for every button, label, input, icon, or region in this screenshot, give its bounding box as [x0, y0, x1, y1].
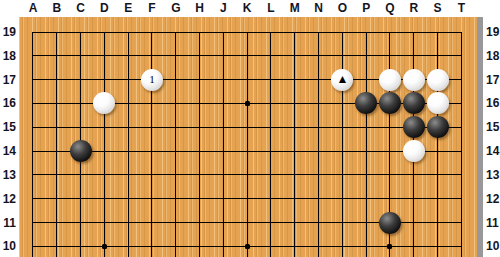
intersection[interactable]	[45, 44, 69, 68]
intersection[interactable]	[354, 44, 378, 68]
column-label: D	[100, 1, 109, 15]
row-label-left: 15	[0, 121, 16, 133]
row-label-right: 10	[486, 240, 500, 252]
intersection[interactable]	[378, 235, 402, 257]
intersection[interactable]	[116, 163, 140, 187]
star-point	[102, 244, 107, 249]
intersection[interactable]	[164, 20, 188, 44]
intersection[interactable]	[116, 44, 140, 68]
intersection[interactable]	[449, 44, 473, 68]
intersection[interactable]	[426, 20, 450, 44]
intersection[interactable]	[92, 44, 116, 68]
white-stone[interactable]: 1	[141, 69, 163, 91]
go-board: 1▲	[19, 17, 477, 257]
intersection[interactable]	[69, 92, 93, 116]
column-label: S	[434, 1, 442, 15]
white-stone[interactable]	[379, 69, 401, 91]
column-label: L	[267, 1, 274, 15]
intersection[interactable]	[259, 20, 283, 44]
intersection[interactable]	[378, 68, 402, 92]
intersection[interactable]	[235, 139, 259, 163]
intersection[interactable]	[330, 115, 354, 139]
intersection[interactable]	[283, 115, 307, 139]
intersection[interactable]	[402, 68, 426, 92]
intersection[interactable]	[426, 139, 450, 163]
intersection[interactable]	[235, 20, 259, 44]
intersection[interactable]	[354, 68, 378, 92]
white-stone[interactable]	[427, 69, 449, 91]
intersection[interactable]	[188, 211, 212, 235]
intersection[interactable]	[354, 163, 378, 187]
black-stone[interactable]	[70, 140, 92, 162]
intersection[interactable]	[188, 235, 212, 257]
row-label-left: 17	[0, 74, 16, 86]
intersection[interactable]	[188, 187, 212, 211]
intersection[interactable]	[140, 115, 164, 139]
intersection[interactable]	[283, 44, 307, 68]
intersection[interactable]	[235, 115, 259, 139]
intersection[interactable]	[449, 139, 473, 163]
intersection[interactable]	[307, 187, 331, 211]
intersection[interactable]	[45, 211, 69, 235]
row-label-right: 11	[486, 217, 500, 229]
intersection[interactable]	[330, 44, 354, 68]
intersection[interactable]	[402, 211, 426, 235]
intersection[interactable]	[449, 163, 473, 187]
board-edge-shadow	[477, 17, 483, 257]
intersection[interactable]	[354, 235, 378, 257]
intersection[interactable]	[116, 235, 140, 257]
column-label: G	[171, 1, 180, 15]
intersection[interactable]	[330, 139, 354, 163]
intersection[interactable]	[449, 235, 473, 257]
intersection[interactable]	[426, 235, 450, 257]
intersection[interactable]	[45, 20, 69, 44]
row-label-left: 10	[0, 240, 16, 252]
intersection[interactable]	[259, 115, 283, 139]
intersection[interactable]	[211, 211, 235, 235]
intersection[interactable]	[188, 163, 212, 187]
intersection[interactable]	[259, 139, 283, 163]
triangle-marker: ▲	[336, 73, 348, 85]
intersection[interactable]	[449, 92, 473, 116]
intersection[interactable]	[164, 187, 188, 211]
intersection[interactable]	[307, 44, 331, 68]
intersection[interactable]	[449, 115, 473, 139]
intersection[interactable]	[449, 187, 473, 211]
intersection[interactable]	[211, 235, 235, 257]
white-stone[interactable]: ▲	[331, 69, 353, 91]
intersection[interactable]	[69, 20, 93, 44]
intersection[interactable]	[69, 115, 93, 139]
intersection[interactable]	[21, 187, 45, 211]
intersection[interactable]: 1	[140, 68, 164, 92]
intersection[interactable]	[402, 20, 426, 44]
intersection[interactable]	[211, 163, 235, 187]
intersection[interactable]	[235, 187, 259, 211]
star-point	[387, 244, 392, 249]
intersection[interactable]	[402, 235, 426, 257]
intersection[interactable]	[45, 92, 69, 116]
intersection[interactable]	[211, 44, 235, 68]
column-label: F	[148, 1, 155, 15]
intersection[interactable]	[235, 163, 259, 187]
row-label-right: 15	[486, 121, 500, 133]
intersection[interactable]	[449, 211, 473, 235]
column-label: P	[362, 1, 370, 15]
column-label: A	[29, 1, 38, 15]
star-point	[245, 244, 250, 249]
intersection[interactable]	[354, 20, 378, 44]
intersection[interactable]	[164, 44, 188, 68]
intersection[interactable]	[259, 187, 283, 211]
intersection[interactable]	[140, 187, 164, 211]
intersection[interactable]	[354, 92, 378, 116]
intersection[interactable]	[45, 68, 69, 92]
intersection[interactable]	[235, 68, 259, 92]
column-label: B	[52, 1, 61, 15]
intersection[interactable]	[307, 20, 331, 44]
intersection[interactable]	[164, 163, 188, 187]
intersection[interactable]	[307, 235, 331, 257]
intersection[interactable]	[45, 163, 69, 187]
intersection[interactable]	[69, 44, 93, 68]
intersection[interactable]	[140, 235, 164, 257]
row-label-left: 16	[0, 97, 16, 109]
intersection[interactable]	[330, 20, 354, 44]
intersection[interactable]	[330, 163, 354, 187]
intersection[interactable]	[378, 92, 402, 116]
intersection[interactable]	[402, 44, 426, 68]
intersection[interactable]	[259, 68, 283, 92]
intersection[interactable]	[307, 139, 331, 163]
intersection[interactable]	[92, 235, 116, 257]
intersection[interactable]	[69, 211, 93, 235]
white-stone[interactable]	[403, 69, 425, 91]
intersection[interactable]	[116, 115, 140, 139]
intersection[interactable]	[259, 211, 283, 235]
intersection[interactable]	[116, 211, 140, 235]
row-label-right: 16	[486, 97, 500, 109]
column-label: K	[243, 1, 252, 15]
row-label-left: 12	[0, 193, 16, 205]
intersection[interactable]	[116, 92, 140, 116]
intersection[interactable]	[45, 115, 69, 139]
intersection[interactable]	[378, 139, 402, 163]
intersection[interactable]	[164, 139, 188, 163]
intersection[interactable]	[92, 92, 116, 116]
intersection[interactable]	[449, 68, 473, 92]
intersection[interactable]	[21, 92, 45, 116]
intersection[interactable]	[140, 44, 164, 68]
intersection[interactable]	[283, 20, 307, 44]
intersection[interactable]	[426, 44, 450, 68]
intersection[interactable]	[92, 139, 116, 163]
black-stone[interactable]	[403, 92, 425, 114]
column-label: T	[458, 1, 465, 15]
intersection[interactable]	[307, 211, 331, 235]
intersection[interactable]	[21, 115, 45, 139]
intersection[interactable]	[354, 211, 378, 235]
black-stone[interactable]	[403, 116, 425, 138]
intersection[interactable]	[402, 163, 426, 187]
move-number-label: 1	[149, 74, 155, 85]
row-label-left: 11	[0, 217, 16, 229]
row-label-right: 18	[486, 50, 500, 62]
intersection[interactable]	[211, 20, 235, 44]
intersection[interactable]	[45, 235, 69, 257]
row-label-right: 17	[486, 74, 500, 86]
intersection[interactable]	[426, 68, 450, 92]
intersection[interactable]	[235, 211, 259, 235]
intersection[interactable]	[283, 187, 307, 211]
intersection[interactable]	[259, 92, 283, 116]
intersection[interactable]	[92, 187, 116, 211]
intersection[interactable]	[92, 68, 116, 92]
black-stone[interactable]	[379, 212, 401, 234]
intersection[interactable]	[21, 139, 45, 163]
intersection[interactable]	[378, 163, 402, 187]
intersection[interactable]	[402, 115, 426, 139]
intersection[interactable]: ▲	[330, 68, 354, 92]
intersection[interactable]	[21, 44, 45, 68]
intersection[interactable]	[283, 68, 307, 92]
intersection[interactable]	[426, 92, 450, 116]
intersection[interactable]	[140, 211, 164, 235]
white-stone[interactable]	[403, 140, 425, 162]
intersection[interactable]	[69, 163, 93, 187]
intersection[interactable]	[211, 115, 235, 139]
intersection[interactable]	[140, 139, 164, 163]
intersection[interactable]	[92, 211, 116, 235]
column-label: E	[124, 1, 132, 15]
column-label: O	[338, 1, 347, 15]
column-label: H	[195, 1, 204, 15]
column-label: N	[314, 1, 323, 15]
intersection[interactable]	[449, 20, 473, 44]
intersection[interactable]	[21, 211, 45, 235]
row-label-right: 12	[486, 193, 500, 205]
intersection[interactable]	[211, 139, 235, 163]
intersection[interactable]	[378, 211, 402, 235]
column-label: C	[76, 1, 85, 15]
black-stone[interactable]	[379, 92, 401, 114]
intersection[interactable]	[21, 20, 45, 44]
intersection[interactable]	[140, 163, 164, 187]
row-label-right: 14	[486, 145, 500, 157]
black-stone[interactable]	[355, 92, 377, 114]
row-label-left: 19	[0, 26, 16, 38]
intersection[interactable]	[188, 68, 212, 92]
intersection[interactable]	[116, 68, 140, 92]
intersection[interactable]	[188, 44, 212, 68]
intersection[interactable]	[69, 187, 93, 211]
intersection[interactable]	[330, 187, 354, 211]
row-label-left: 13	[0, 169, 16, 181]
intersection[interactable]	[188, 139, 212, 163]
intersection[interactable]	[426, 115, 450, 139]
intersection[interactable]	[188, 92, 212, 116]
intersection[interactable]	[426, 211, 450, 235]
intersection[interactable]	[283, 139, 307, 163]
intersection[interactable]	[307, 163, 331, 187]
intersection[interactable]	[259, 163, 283, 187]
intersection[interactable]	[402, 187, 426, 211]
intersection[interactable]	[426, 187, 450, 211]
column-label: R	[409, 1, 418, 15]
intersection[interactable]	[283, 92, 307, 116]
intersection[interactable]	[21, 235, 45, 257]
intersection[interactable]	[378, 44, 402, 68]
white-stone[interactable]	[427, 92, 449, 114]
intersection[interactable]	[164, 235, 188, 257]
row-label-right: 13	[486, 169, 500, 181]
intersection[interactable]	[116, 20, 140, 44]
intersection[interactable]	[92, 163, 116, 187]
intersection[interactable]	[140, 20, 164, 44]
intersection[interactable]	[45, 139, 69, 163]
board-grid: 1▲	[21, 20, 473, 257]
column-label: Q	[385, 1, 394, 15]
intersection[interactable]	[307, 68, 331, 92]
intersection[interactable]	[45, 187, 69, 211]
intersection[interactable]	[69, 68, 93, 92]
intersection[interactable]	[402, 92, 426, 116]
intersection[interactable]	[259, 235, 283, 257]
intersection[interactable]	[354, 115, 378, 139]
intersection[interactable]	[211, 187, 235, 211]
intersection[interactable]	[354, 139, 378, 163]
star-point	[245, 101, 250, 106]
intersection[interactable]	[164, 211, 188, 235]
intersection[interactable]	[188, 20, 212, 44]
intersection[interactable]	[164, 68, 188, 92]
white-stone[interactable]	[93, 92, 115, 114]
intersection[interactable]	[235, 44, 259, 68]
intersection[interactable]	[330, 211, 354, 235]
intersection[interactable]	[426, 163, 450, 187]
intersection[interactable]	[235, 235, 259, 257]
black-stone[interactable]	[427, 116, 449, 138]
row-label-left: 18	[0, 50, 16, 62]
intersection[interactable]	[116, 187, 140, 211]
intersection[interactable]	[378, 187, 402, 211]
intersection[interactable]	[235, 92, 259, 116]
intersection[interactable]	[164, 92, 188, 116]
intersection[interactable]	[283, 211, 307, 235]
intersection[interactable]	[330, 235, 354, 257]
intersection[interactable]	[211, 92, 235, 116]
intersection[interactable]	[378, 20, 402, 44]
intersection[interactable]	[211, 68, 235, 92]
intersection[interactable]	[116, 139, 140, 163]
intersection[interactable]	[259, 44, 283, 68]
intersection[interactable]	[164, 115, 188, 139]
intersection[interactable]	[283, 163, 307, 187]
column-label: M	[290, 1, 300, 15]
column-label: J	[220, 1, 227, 15]
go-diagram: ABCDEFGHJKLMNOPQRST 19181716151413121110…	[0, 0, 500, 257]
intersection[interactable]	[307, 115, 331, 139]
intersection[interactable]	[92, 20, 116, 44]
row-label-right: 19	[486, 26, 500, 38]
intersection[interactable]	[92, 115, 116, 139]
intersection[interactable]	[402, 139, 426, 163]
intersection[interactable]	[69, 235, 93, 257]
intersection[interactable]	[378, 115, 402, 139]
intersection[interactable]	[140, 92, 164, 116]
intersection[interactable]	[307, 92, 331, 116]
row-label-left: 14	[0, 145, 16, 157]
intersection[interactable]	[21, 163, 45, 187]
intersection[interactable]	[283, 235, 307, 257]
intersection[interactable]	[330, 92, 354, 116]
intersection[interactable]	[69, 139, 93, 163]
intersection[interactable]	[354, 187, 378, 211]
intersection[interactable]	[188, 115, 212, 139]
intersection[interactable]	[21, 68, 45, 92]
